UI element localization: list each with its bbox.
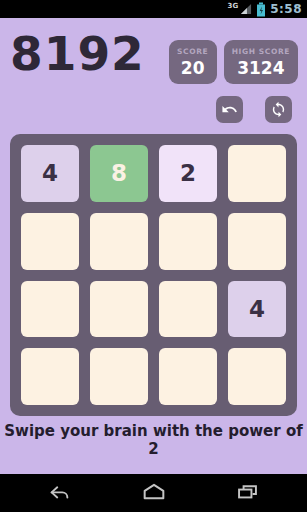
tile-r3c4: 4 bbox=[228, 281, 286, 338]
empty-cell-r4c1 bbox=[21, 348, 79, 405]
network-type-label: 3G bbox=[228, 2, 239, 10]
game-board[interactable]: 4 8 2 4 bbox=[10, 134, 297, 416]
recents-button[interactable] bbox=[234, 480, 261, 507]
score-badge: SCORE 20 bbox=[169, 40, 217, 84]
undo-icon bbox=[221, 101, 238, 118]
empty-cell-r3c2 bbox=[90, 281, 148, 338]
action-buttons bbox=[216, 96, 292, 123]
empty-cell-r2c4 bbox=[228, 213, 286, 270]
empty-cell-r2c3 bbox=[159, 213, 217, 270]
recents-icon bbox=[234, 480, 261, 507]
app-screen: { "game": "8192 (2048-style sliding-tile… bbox=[0, 0, 307, 512]
navigation-bar bbox=[0, 474, 307, 512]
score-badges: SCORE 20 HIGH SCORE 3124 bbox=[169, 40, 298, 84]
empty-cell-r4c4 bbox=[228, 348, 286, 405]
clock: 5:58 bbox=[270, 2, 302, 16]
empty-cell-r2c1 bbox=[21, 213, 79, 270]
empty-cell-r3c1 bbox=[21, 281, 79, 338]
home-icon bbox=[140, 479, 168, 507]
page-title: 8192 bbox=[10, 30, 145, 77]
empty-cell-r4c3 bbox=[159, 348, 217, 405]
tile-r1c3: 2 bbox=[159, 145, 217, 202]
tile-r1c2: 8 bbox=[90, 145, 148, 202]
empty-cell-r2c2 bbox=[90, 213, 148, 270]
empty-cell-r3c3 bbox=[159, 281, 217, 338]
battery-icon bbox=[256, 2, 266, 17]
score-value: 20 bbox=[177, 58, 209, 78]
tile-r1c1: 4 bbox=[21, 145, 79, 202]
tagline: Swipe your brain with the power of 2 bbox=[0, 422, 307, 458]
home-button[interactable] bbox=[140, 479, 168, 507]
back-icon bbox=[46, 480, 73, 507]
empty-cell-r4c2 bbox=[90, 348, 148, 405]
back-button[interactable] bbox=[46, 480, 73, 507]
high-score-badge: HIGH SCORE 3124 bbox=[224, 40, 298, 84]
high-score-value: 3124 bbox=[232, 58, 290, 78]
signal-strength-icon bbox=[240, 3, 252, 15]
score-label: SCORE bbox=[177, 47, 209, 56]
restart-button[interactable] bbox=[265, 96, 292, 123]
empty-cell-r1c4 bbox=[228, 145, 286, 202]
sync-icon bbox=[270, 101, 287, 118]
high-score-label: HIGH SCORE bbox=[232, 47, 290, 56]
status-bar: 3G 5:58 bbox=[0, 0, 307, 18]
undo-button[interactable] bbox=[216, 96, 243, 123]
